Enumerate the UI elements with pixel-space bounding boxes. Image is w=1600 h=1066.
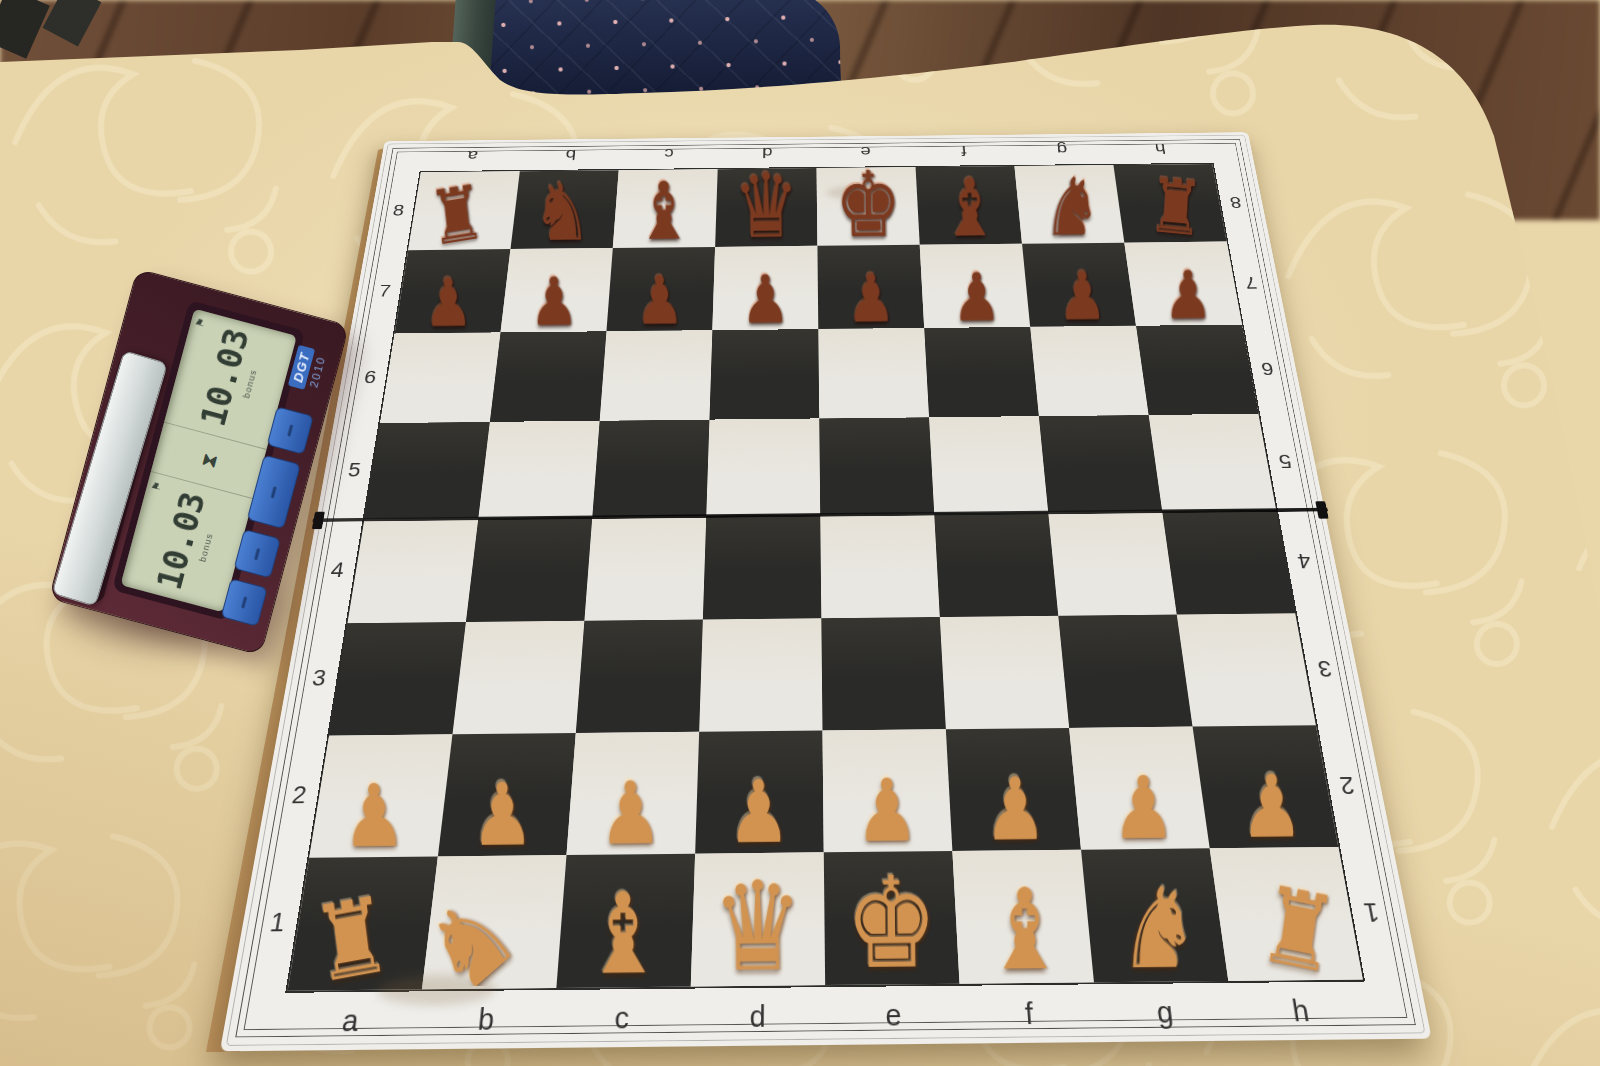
square-g5 [1039, 415, 1162, 512]
piece-black-pawn: ♟ [1057, 264, 1107, 328]
square-b4 [466, 517, 592, 622]
square-b8: ♞ [510, 170, 618, 249]
piece-black-rook: ♜ [1146, 170, 1206, 246]
square-e7: ♟ [817, 245, 924, 329]
square-d4 [703, 515, 821, 620]
square-d2: ♟ [695, 730, 824, 853]
square-a4 [347, 518, 478, 623]
piece-white-pawn: ♟ [855, 769, 920, 852]
piece-white-pawn: ♟ [1240, 765, 1305, 848]
square-a5 [364, 422, 489, 519]
square-c7: ♟ [606, 247, 715, 331]
square-g7: ♟ [1022, 243, 1136, 327]
square-d1: ♛ [691, 852, 825, 986]
piece-black-pawn: ♟ [952, 265, 1002, 329]
piece-black-pawn: ♟ [529, 270, 579, 334]
piece-black-pawn: ♟ [740, 267, 790, 331]
piece-white-pawn: ♟ [471, 773, 536, 856]
piece-white-king: ♚ [844, 865, 938, 985]
square-e8: ♚ [817, 167, 920, 246]
piece-black-pawn: ♟ [1163, 263, 1213, 327]
piece-white-bishop: ♝ [984, 876, 1067, 983]
square-a8: ♜ [408, 171, 520, 250]
square-b2: ♟ [438, 733, 576, 856]
square-f2: ♟ [946, 728, 1081, 851]
square-f4 [934, 512, 1058, 617]
square-g8: ♞ [1014, 165, 1124, 244]
square-a3 [329, 622, 466, 736]
square-c8: ♝ [613, 169, 718, 248]
piece-black-queen: ♛ [733, 164, 799, 249]
chessboard-surface: ♜♞♝♛♚♝♞♜♟♟♟♟♟♟♟♟♟♟♟♟♟♟♟♟♜♞♝♛♚♝♞♜ abcdefg… [220, 132, 1432, 1051]
piece-white-pawn: ♟ [727, 771, 792, 854]
square-f8: ♝ [916, 166, 1022, 245]
piece-black-pawn: ♟ [635, 269, 685, 333]
piece-white-pawn: ♟ [1112, 767, 1177, 850]
piece-white-rook: ♜ [1254, 874, 1343, 987]
piece-black-pawn: ♟ [423, 271, 473, 335]
file-label-top-a: a [421, 144, 523, 169]
square-b3 [452, 621, 584, 735]
square-e2: ♟ [822, 729, 952, 852]
square-d7: ♟ [712, 246, 818, 330]
square-f6 [924, 327, 1039, 417]
piece-white-rook: ♜ [307, 885, 396, 997]
square-d5 [706, 418, 820, 515]
square-h4 [1162, 510, 1295, 615]
piece-black-bishop: ♝ [940, 170, 1000, 246]
file-label-top-f: f [914, 138, 1014, 163]
square-h6 [1136, 325, 1258, 415]
square-d8: ♛ [715, 168, 817, 247]
board-hinge [1315, 501, 1329, 519]
square-h3 [1177, 613, 1316, 726]
square-c4 [584, 516, 706, 621]
file-label-top-c: c [619, 141, 719, 166]
square-b6 [490, 331, 607, 422]
square-g4 [1048, 511, 1177, 616]
file-label-top-d: d [718, 140, 817, 165]
square-c6 [600, 330, 713, 421]
square-h5 [1149, 414, 1276, 511]
file-label-top-g: g [1012, 137, 1113, 162]
square-e5 [819, 417, 934, 514]
square-c2: ♟ [567, 732, 700, 855]
piece-white-bishop: ♝ [582, 881, 665, 988]
square-a2: ♟ [309, 734, 452, 857]
square-e3 [821, 617, 946, 730]
piece-black-rook: ♜ [426, 176, 489, 256]
square-c3 [576, 619, 703, 733]
chessboard: ♜♞♝♛♚♝♞♜♟♟♟♟♟♟♟♟♟♟♟♟♟♟♟♟♜♞♝♛♚♝♞♜ abcdefg… [210, 124, 1435, 1052]
square-e4 [820, 513, 940, 618]
file-label-top-b: b [520, 143, 621, 168]
piece-white-pawn: ♟ [599, 772, 664, 855]
square-g2: ♟ [1069, 727, 1209, 850]
square-h7: ♟ [1124, 242, 1242, 326]
square-f3 [940, 616, 1069, 729]
piece-black-knight: ♞ [1042, 169, 1102, 245]
square-d6 [709, 329, 819, 419]
file-label-top-h: h [1110, 136, 1212, 161]
piece-white-knight: ♞ [1117, 875, 1200, 982]
square-f5 [929, 416, 1048, 513]
square-a7: ♟ [395, 249, 511, 333]
square-b7: ♟ [501, 248, 613, 332]
piece-white-pawn: ♟ [983, 768, 1048, 851]
square-h8: ♜ [1113, 164, 1226, 243]
piece-black-knight: ♞ [532, 175, 592, 251]
piece-black-bishop: ♝ [634, 174, 694, 250]
piece-black-pawn: ♟ [846, 266, 896, 330]
piece-white-queen: ♛ [712, 868, 804, 986]
flag-icon: ⚑ [149, 480, 164, 493]
square-e6 [818, 328, 929, 418]
piece-black-king: ♚ [834, 162, 902, 249]
square-h2: ♟ [1193, 725, 1339, 848]
file-label-top-e: e [816, 139, 915, 164]
square-d3 [699, 618, 822, 732]
square-f7: ♟ [920, 244, 1030, 328]
square-g6 [1030, 326, 1148, 416]
square-g3 [1058, 615, 1192, 728]
piece-white-pawn: ♟ [342, 775, 407, 858]
square-a6 [380, 332, 500, 423]
flag-icon: ⚑ [193, 316, 208, 329]
